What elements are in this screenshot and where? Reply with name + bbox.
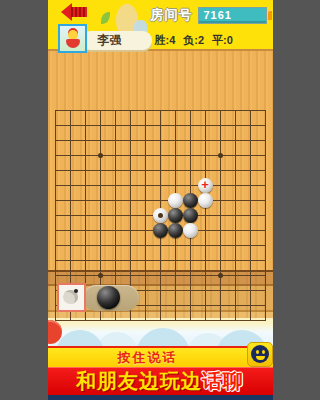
board-intersection[interactable] bbox=[108, 133, 123, 148]
board-intersection[interactable] bbox=[243, 133, 258, 148]
board-intersection[interactable] bbox=[108, 223, 123, 238]
board-intersection[interactable] bbox=[228, 298, 243, 313]
last-move-marker: + bbox=[198, 178, 213, 193]
cloud-decoration bbox=[56, 330, 104, 347]
board-intersection[interactable] bbox=[63, 178, 78, 193]
board-intersection[interactable] bbox=[168, 253, 183, 268]
smiley-icon bbox=[251, 345, 269, 363]
stat-draws: 平:0 bbox=[212, 33, 233, 48]
stone-black bbox=[168, 223, 183, 238]
board-intersection[interactable] bbox=[198, 268, 213, 283]
board-intersection[interactable] bbox=[48, 118, 63, 133]
board-intersection[interactable] bbox=[168, 238, 183, 253]
board-intersection[interactable] bbox=[123, 313, 138, 322]
board-intersection[interactable] bbox=[228, 208, 243, 223]
board-intersection[interactable] bbox=[78, 133, 93, 148]
board-intersection[interactable] bbox=[198, 193, 213, 208]
board-intersection[interactable] bbox=[258, 283, 273, 298]
board-intersection[interactable] bbox=[198, 208, 213, 223]
board-intersection[interactable] bbox=[183, 133, 198, 148]
stone-black bbox=[183, 208, 198, 223]
board-intersection[interactable] bbox=[138, 193, 153, 208]
board-intersection[interactable] bbox=[123, 148, 138, 163]
star-point bbox=[218, 153, 223, 158]
player-avatar bbox=[58, 24, 87, 53]
board-intersection[interactable] bbox=[183, 163, 198, 178]
board-intersection[interactable] bbox=[168, 223, 183, 238]
star-point bbox=[98, 273, 103, 278]
board-intersection[interactable] bbox=[63, 313, 78, 322]
board-intersection[interactable] bbox=[153, 133, 168, 148]
board-intersection[interactable] bbox=[78, 238, 93, 253]
star-point bbox=[158, 213, 163, 218]
board-intersection[interactable] bbox=[228, 118, 243, 133]
board-intersection[interactable] bbox=[198, 253, 213, 268]
board-intersection[interactable] bbox=[198, 313, 213, 322]
board-intersection[interactable] bbox=[63, 268, 78, 283]
board-intersection[interactable] bbox=[213, 133, 228, 148]
board-intersection[interactable] bbox=[138, 163, 153, 178]
board-intersection[interactable] bbox=[183, 283, 198, 298]
board-intersection[interactable] bbox=[138, 148, 153, 163]
player-name-pill: 李强 bbox=[81, 31, 152, 50]
board-intersection[interactable] bbox=[93, 103, 108, 118]
board-intersection[interactable] bbox=[123, 208, 138, 223]
board-intersection[interactable] bbox=[78, 148, 93, 163]
board-intersection[interactable] bbox=[48, 103, 63, 118]
board-intersection[interactable] bbox=[138, 253, 153, 268]
board-intersection[interactable] bbox=[48, 238, 63, 253]
board-intersection[interactable] bbox=[93, 253, 108, 268]
emoji-button[interactable] bbox=[247, 342, 273, 367]
board-intersection[interactable] bbox=[258, 253, 273, 268]
back-button[interactable] bbox=[61, 3, 88, 21]
board-intersection[interactable] bbox=[168, 163, 183, 178]
board-intersection[interactable] bbox=[213, 313, 228, 322]
board-intersection[interactable] bbox=[243, 313, 258, 322]
board-intersection[interactable] bbox=[93, 238, 108, 253]
board-intersection[interactable] bbox=[213, 103, 228, 118]
board-intersection[interactable] bbox=[213, 118, 228, 133]
board-intersection[interactable] bbox=[78, 223, 93, 238]
board-intersection[interactable] bbox=[213, 163, 228, 178]
stone-white: + bbox=[198, 178, 213, 193]
board-intersection[interactable] bbox=[78, 163, 93, 178]
board-intersection[interactable] bbox=[63, 133, 78, 148]
board-intersection[interactable] bbox=[168, 133, 183, 148]
board-intersection[interactable] bbox=[138, 133, 153, 148]
board-intersection[interactable] bbox=[93, 223, 108, 238]
board-intersection[interactable] bbox=[123, 253, 138, 268]
board-section: + bbox=[48, 49, 273, 272]
sky-background bbox=[48, 318, 273, 347]
board-intersection[interactable] bbox=[213, 193, 228, 208]
board-intersection[interactable] bbox=[243, 148, 258, 163]
board-intersection[interactable] bbox=[48, 148, 63, 163]
board-intersection[interactable] bbox=[78, 193, 93, 208]
board-intersection[interactable] bbox=[258, 238, 273, 253]
board-intersection[interactable] bbox=[228, 193, 243, 208]
board-intersection[interactable] bbox=[48, 178, 63, 193]
board-intersection[interactable] bbox=[78, 208, 93, 223]
board-intersection[interactable] bbox=[123, 223, 138, 238]
board-intersection[interactable] bbox=[243, 253, 258, 268]
board-intersection[interactable] bbox=[123, 178, 138, 193]
board-intersection[interactable] bbox=[93, 118, 108, 133]
board-intersection[interactable] bbox=[213, 298, 228, 313]
board-intersection[interactable] bbox=[153, 148, 168, 163]
avatar-image-dot bbox=[74, 289, 78, 293]
board-intersection[interactable] bbox=[63, 193, 78, 208]
board-intersection[interactable] bbox=[108, 148, 123, 163]
board-intersection[interactable] bbox=[138, 268, 153, 283]
board-intersection[interactable] bbox=[108, 268, 123, 283]
board-intersection[interactable] bbox=[153, 283, 168, 298]
board-intersection[interactable] bbox=[108, 178, 123, 193]
board-intersection[interactable] bbox=[123, 118, 138, 133]
board-intersection[interactable] bbox=[183, 298, 198, 313]
board-intersection[interactable] bbox=[138, 313, 153, 322]
board-intersection[interactable] bbox=[258, 298, 273, 313]
board-intersection[interactable] bbox=[63, 223, 78, 238]
board-intersection[interactable] bbox=[48, 268, 63, 283]
board-intersection[interactable] bbox=[48, 163, 63, 178]
board-intersection[interactable] bbox=[243, 223, 258, 238]
board-intersection[interactable] bbox=[243, 163, 258, 178]
board-intersection[interactable] bbox=[168, 178, 183, 193]
board-intersection[interactable] bbox=[258, 223, 273, 238]
board-intersection[interactable] bbox=[168, 148, 183, 163]
gomoku-game-screen: 房间号 7161 李强 胜:4 负:2 平:0 + bbox=[48, 0, 273, 400]
board-intersection[interactable] bbox=[258, 313, 273, 322]
player-name: 李强 bbox=[81, 31, 152, 50]
board-intersection[interactable] bbox=[168, 268, 183, 283]
board-intersection[interactable] bbox=[213, 223, 228, 238]
board-intersection[interactable] bbox=[63, 208, 78, 223]
board-intersection[interactable] bbox=[213, 253, 228, 268]
board-intersection[interactable] bbox=[63, 148, 78, 163]
hold-to-talk-button[interactable]: 按住说话 bbox=[48, 346, 273, 367]
stone-white bbox=[183, 223, 198, 238]
star-point bbox=[218, 273, 223, 278]
board-intersection[interactable] bbox=[243, 103, 258, 118]
board-intersection[interactable] bbox=[228, 133, 243, 148]
board-intersection[interactable] bbox=[183, 268, 198, 283]
board-intersection[interactable] bbox=[168, 298, 183, 313]
board-intersection[interactable] bbox=[228, 238, 243, 253]
room-number-box: 7161 bbox=[198, 7, 267, 24]
ad-banner[interactable]: 和朋友边玩边话聊 bbox=[48, 367, 273, 395]
board-intersection[interactable] bbox=[123, 163, 138, 178]
room-number-label: 房间号 bbox=[151, 6, 193, 24]
board-intersection[interactable] bbox=[243, 118, 258, 133]
board-intersection[interactable] bbox=[123, 238, 138, 253]
board-intersection[interactable] bbox=[198, 118, 213, 133]
board-intersection[interactable] bbox=[48, 253, 63, 268]
board-intersection[interactable] bbox=[258, 193, 273, 208]
board-intersection[interactable] bbox=[183, 148, 198, 163]
stone-black bbox=[153, 223, 168, 238]
board-intersection[interactable] bbox=[123, 133, 138, 148]
board-intersection[interactable] bbox=[153, 163, 168, 178]
board-intersection[interactable] bbox=[183, 208, 198, 223]
board-intersection[interactable] bbox=[108, 208, 123, 223]
board-intersection[interactable] bbox=[48, 223, 63, 238]
board-intersection[interactable] bbox=[138, 118, 153, 133]
board-intersection[interactable] bbox=[198, 223, 213, 238]
board-intersection[interactable] bbox=[93, 133, 108, 148]
plant-decoration bbox=[101, 12, 110, 24]
board-intersection[interactable] bbox=[183, 103, 198, 118]
board-intersection[interactable] bbox=[228, 283, 243, 298]
board-intersection[interactable] bbox=[153, 118, 168, 133]
board-intersection[interactable] bbox=[258, 148, 273, 163]
board-intersection[interactable] bbox=[78, 313, 93, 322]
board-intersection[interactable] bbox=[228, 253, 243, 268]
board-intersection[interactable] bbox=[123, 268, 138, 283]
board-intersection[interactable] bbox=[78, 178, 93, 193]
side-tab[interactable] bbox=[267, 10, 272, 20]
board-intersection[interactable] bbox=[123, 103, 138, 118]
board-intersection[interactable] bbox=[153, 103, 168, 118]
board-intersection[interactable] bbox=[93, 163, 108, 178]
board-intersection[interactable] bbox=[258, 163, 273, 178]
board-intersection[interactable] bbox=[48, 193, 63, 208]
board-intersection[interactable] bbox=[198, 133, 213, 148]
board-intersection[interactable] bbox=[153, 238, 168, 253]
board-intersection[interactable] bbox=[153, 268, 168, 283]
board-intersection[interactable] bbox=[243, 208, 258, 223]
board-intersection[interactable] bbox=[183, 253, 198, 268]
board-intersection[interactable] bbox=[258, 103, 273, 118]
board-intersection[interactable] bbox=[168, 103, 183, 118]
smiley-eye-left bbox=[256, 350, 259, 354]
board-intersection[interactable] bbox=[258, 118, 273, 133]
board-intersection[interactable] bbox=[243, 193, 258, 208]
board-intersection[interactable] bbox=[123, 193, 138, 208]
board-intersection[interactable] bbox=[93, 178, 108, 193]
board-intersection[interactable] bbox=[198, 103, 213, 118]
ad-text-highlight: 话聊 bbox=[202, 368, 244, 395]
board-intersection[interactable] bbox=[153, 223, 168, 238]
board-intersection[interactable]: + bbox=[198, 178, 213, 193]
hold-to-talk-label: 按住说话 bbox=[48, 348, 248, 367]
board-intersection[interactable] bbox=[153, 193, 168, 208]
board-intersection[interactable] bbox=[63, 118, 78, 133]
stone-black bbox=[183, 193, 198, 208]
board-intersection[interactable] bbox=[183, 223, 198, 238]
board-intersection[interactable] bbox=[243, 268, 258, 283]
board-intersection[interactable] bbox=[198, 238, 213, 253]
board-intersection[interactable] bbox=[198, 163, 213, 178]
board-intersection[interactable] bbox=[198, 283, 213, 298]
board-intersection[interactable] bbox=[213, 283, 228, 298]
board-intersection[interactable] bbox=[63, 103, 78, 118]
ad-text-main: 和朋友边玩边 bbox=[76, 368, 202, 395]
stat-losses: 负:2 bbox=[183, 33, 204, 48]
board-intersection[interactable] bbox=[183, 313, 198, 322]
board-intersection[interactable] bbox=[213, 238, 228, 253]
board-intersection[interactable] bbox=[258, 208, 273, 223]
board-intersection[interactable] bbox=[108, 103, 123, 118]
board-intersection[interactable] bbox=[138, 223, 153, 238]
board-intersection[interactable] bbox=[63, 163, 78, 178]
board-intersection[interactable] bbox=[48, 208, 63, 223]
board-intersection[interactable] bbox=[108, 193, 123, 208]
board-intersection[interactable] bbox=[138, 283, 153, 298]
board-intersection[interactable] bbox=[168, 118, 183, 133]
board-intersection[interactable] bbox=[243, 178, 258, 193]
board-intersection[interactable] bbox=[228, 268, 243, 283]
board-intersection[interactable] bbox=[243, 238, 258, 253]
board-intersection[interactable] bbox=[108, 163, 123, 178]
board-intersection[interactable] bbox=[138, 103, 153, 118]
board-intersection[interactable] bbox=[243, 298, 258, 313]
stone-white bbox=[198, 193, 213, 208]
stone-black bbox=[168, 208, 183, 223]
board-intersection[interactable] bbox=[198, 148, 213, 163]
opponent-avatar bbox=[57, 283, 86, 312]
board-intersection[interactable] bbox=[93, 208, 108, 223]
board-intersection[interactable] bbox=[138, 208, 153, 223]
board-intersection[interactable] bbox=[228, 163, 243, 178]
player-stats: 胜:4 负:2 平:0 bbox=[155, 33, 233, 48]
board-intersection[interactable] bbox=[183, 193, 198, 208]
board-intersection[interactable] bbox=[138, 298, 153, 313]
board-intersection[interactable] bbox=[228, 148, 243, 163]
board-intersection[interactable] bbox=[138, 178, 153, 193]
board-intersection[interactable] bbox=[153, 298, 168, 313]
star-point bbox=[98, 153, 103, 158]
board-intersection[interactable] bbox=[183, 178, 198, 193]
board-intersection[interactable] bbox=[93, 313, 108, 322]
board-intersection[interactable] bbox=[108, 238, 123, 253]
avatar-image-cup bbox=[66, 39, 80, 48]
tray-stone-black bbox=[97, 286, 120, 309]
board-intersection[interactable] bbox=[168, 313, 183, 322]
board-intersection[interactable] bbox=[183, 238, 198, 253]
board-intersection[interactable] bbox=[153, 313, 168, 322]
stone-white bbox=[168, 193, 183, 208]
board-intersection[interactable] bbox=[108, 313, 123, 322]
board-intersection[interactable] bbox=[168, 208, 183, 223]
board-intersection[interactable] bbox=[168, 193, 183, 208]
board-intersection[interactable] bbox=[153, 253, 168, 268]
board-intersection[interactable] bbox=[228, 223, 243, 238]
board-intersection[interactable] bbox=[198, 298, 213, 313]
room-number-value: 7161 bbox=[199, 8, 266, 23]
board-intersection[interactable] bbox=[213, 178, 228, 193]
board-intersection[interactable] bbox=[258, 133, 273, 148]
board-intersection[interactable] bbox=[228, 103, 243, 118]
board-intersection[interactable] bbox=[228, 178, 243, 193]
board-intersection[interactable] bbox=[168, 283, 183, 298]
board-intersection[interactable] bbox=[78, 268, 93, 283]
board-intersection[interactable] bbox=[258, 178, 273, 193]
board-intersection[interactable] bbox=[78, 103, 93, 118]
board-intersection[interactable] bbox=[153, 178, 168, 193]
board-intersection[interactable] bbox=[63, 238, 78, 253]
board-intersection[interactable] bbox=[213, 208, 228, 223]
board-intersection[interactable] bbox=[243, 283, 258, 298]
board-intersection[interactable] bbox=[108, 253, 123, 268]
cloud-decoration bbox=[136, 328, 190, 347]
header: 房间号 7161 李强 胜:4 负:2 平:0 bbox=[48, 0, 273, 49]
smiley-eye-right bbox=[262, 350, 265, 354]
board-intersection[interactable] bbox=[93, 193, 108, 208]
board-intersection[interactable] bbox=[78, 118, 93, 133]
board-intersection[interactable] bbox=[78, 253, 93, 268]
board-intersection[interactable] bbox=[183, 118, 198, 133]
board-intersection[interactable] bbox=[258, 268, 273, 283]
board-intersection[interactable] bbox=[138, 238, 153, 253]
board-intersection[interactable] bbox=[63, 253, 78, 268]
board-intersection[interactable] bbox=[228, 313, 243, 322]
stat-wins: 胜:4 bbox=[155, 33, 176, 48]
board-intersection[interactable] bbox=[108, 118, 123, 133]
board-intersection[interactable] bbox=[48, 133, 63, 148]
back-arrow-icon-tail bbox=[71, 7, 87, 17]
